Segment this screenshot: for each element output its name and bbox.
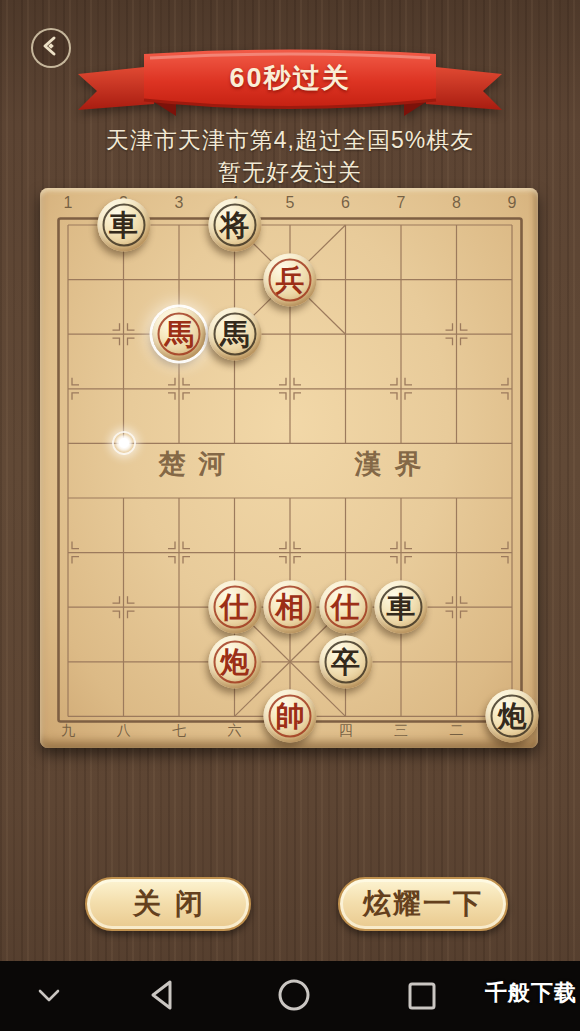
banner-title: 60秒过关 bbox=[70, 60, 510, 96]
piece-glyph: 仕 bbox=[220, 593, 249, 622]
rank-text: 天津市天津市第4,超过全国5%棋友 bbox=[0, 125, 580, 156]
file-label-bottom: 三 bbox=[394, 722, 408, 740]
banner-ribbon: 60秒过关 bbox=[70, 44, 510, 122]
piece-red-soldier[interactable]: 兵 bbox=[264, 253, 317, 306]
file-label-top: 6 bbox=[341, 194, 350, 212]
piece-glyph: 相 bbox=[276, 593, 305, 622]
file-label-bottom: 九 bbox=[61, 722, 75, 740]
file-label-top: 5 bbox=[286, 194, 295, 212]
file-label-top: 3 bbox=[175, 194, 184, 212]
piece-black-chariot[interactable]: 車 bbox=[375, 581, 428, 634]
piece-glyph: 車 bbox=[109, 211, 138, 240]
piece-black-horse[interactable]: 馬 bbox=[208, 308, 261, 361]
back-triangle-icon[interactable] bbox=[146, 978, 178, 1016]
file-label-top: 8 bbox=[452, 194, 461, 212]
piece-black-soldier[interactable]: 卒 bbox=[319, 635, 372, 688]
piece-glyph: 将 bbox=[220, 211, 249, 240]
close-button[interactable]: 关闭 bbox=[85, 877, 251, 931]
river-label-left: 楚河 bbox=[146, 446, 239, 482]
piece-glyph: 炮 bbox=[498, 702, 527, 731]
collapse-chevron-icon[interactable] bbox=[36, 988, 62, 1007]
friends-status-text: 暂无好友过关 bbox=[0, 157, 580, 188]
file-label-bottom: 六 bbox=[228, 722, 242, 740]
file-label-top: 9 bbox=[508, 194, 517, 212]
back-arrow-icon bbox=[40, 35, 62, 61]
piece-red-advisor[interactable]: 仕 bbox=[208, 581, 261, 634]
piece-red-elephant[interactable]: 相 bbox=[264, 581, 317, 634]
brag-button[interactable]: 炫耀一下 bbox=[338, 877, 508, 931]
piece-glyph: 帥 bbox=[276, 702, 305, 731]
piece-glyph: 車 bbox=[387, 593, 416, 622]
piece-red-horse[interactable]: 馬 bbox=[153, 308, 206, 361]
piece-red-general[interactable]: 帥 bbox=[264, 690, 317, 743]
file-label-bottom: 七 bbox=[172, 722, 186, 740]
file-label-top: 1 bbox=[64, 194, 73, 212]
piece-black-cannon[interactable]: 炮 bbox=[486, 690, 539, 743]
piece-glyph: 馬 bbox=[220, 320, 249, 349]
piece-glyph: 卒 bbox=[331, 647, 360, 676]
file-label-top: 7 bbox=[397, 194, 406, 212]
home-circle-icon[interactable] bbox=[276, 977, 312, 1017]
file-label-bottom: 四 bbox=[339, 722, 353, 740]
piece-glyph: 馬 bbox=[165, 320, 194, 349]
piece-red-cannon[interactable]: 炮 bbox=[208, 635, 261, 688]
screen: 60秒过关 天津市天津市第4,超过全国5%棋友 暂无好友过关 楚河 漢界 123… bbox=[0, 0, 580, 1031]
piece-black-chariot[interactable]: 車 bbox=[97, 199, 150, 252]
piece-red-advisor[interactable]: 仕 bbox=[319, 581, 372, 634]
back-button[interactable] bbox=[31, 28, 71, 68]
file-label-bottom: 二 bbox=[450, 722, 464, 740]
piece-glyph: 仕 bbox=[331, 593, 360, 622]
watermark-text: 千般下载 bbox=[485, 978, 577, 1008]
river-label-right: 漢界 bbox=[342, 446, 435, 482]
piece-glyph: 兵 bbox=[276, 265, 305, 294]
recents-square-icon[interactable] bbox=[407, 981, 437, 1015]
piece-glyph: 炮 bbox=[220, 647, 249, 676]
file-label-bottom: 八 bbox=[117, 722, 131, 740]
piece-black-general[interactable]: 将 bbox=[208, 199, 261, 252]
move-origin-marker bbox=[112, 431, 136, 455]
